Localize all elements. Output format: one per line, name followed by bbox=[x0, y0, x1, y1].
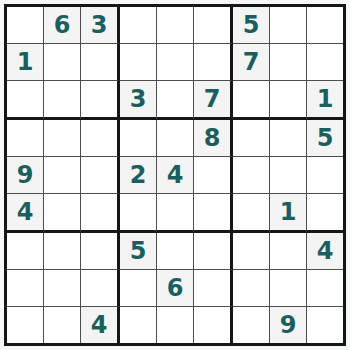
cell-r7c5[interactable] bbox=[157, 233, 194, 270]
cell-r6c8[interactable]: 1 bbox=[270, 194, 307, 233]
cell-r7c7[interactable] bbox=[233, 233, 270, 270]
cell-r4c5[interactable] bbox=[157, 120, 194, 157]
cell-r9c3[interactable]: 4 bbox=[81, 307, 120, 343]
cell-r5c2[interactable] bbox=[44, 157, 81, 194]
cell-r3c2[interactable] bbox=[44, 81, 81, 120]
cell-r4c4[interactable] bbox=[120, 120, 157, 157]
cell-r9c9[interactable] bbox=[307, 307, 343, 343]
cell-r8c2[interactable] bbox=[44, 270, 81, 307]
cell-r3c1[interactable] bbox=[7, 81, 44, 120]
cell-r5c7[interactable] bbox=[233, 157, 270, 194]
cell-r6c5[interactable] bbox=[157, 194, 194, 233]
cell-r3c8[interactable] bbox=[270, 81, 307, 120]
cell-r5c8[interactable] bbox=[270, 157, 307, 194]
cell-r8c5[interactable]: 6 bbox=[157, 270, 194, 307]
cell-r8c8[interactable] bbox=[270, 270, 307, 307]
cell-r4c9[interactable]: 5 bbox=[307, 120, 343, 157]
cell-r6c7[interactable] bbox=[233, 194, 270, 233]
cell-r7c3[interactable] bbox=[81, 233, 120, 270]
cell-r8c4[interactable] bbox=[120, 270, 157, 307]
sudoku-board: 63517371859244154649 bbox=[4, 4, 346, 346]
cell-r2c4[interactable] bbox=[120, 44, 157, 81]
cell-r3c7[interactable] bbox=[233, 81, 270, 120]
cell-r1c6[interactable] bbox=[194, 7, 233, 44]
cell-r7c4[interactable]: 5 bbox=[120, 233, 157, 270]
cell-r9c8[interactable]: 9 bbox=[270, 307, 307, 343]
cell-r3c6[interactable]: 7 bbox=[194, 81, 233, 120]
cell-r9c1[interactable] bbox=[7, 307, 44, 343]
cell-r6c2[interactable] bbox=[44, 194, 81, 233]
cell-r8c7[interactable] bbox=[233, 270, 270, 307]
cell-r7c8[interactable] bbox=[270, 233, 307, 270]
cell-r4c6[interactable]: 8 bbox=[194, 120, 233, 157]
cell-r1c8[interactable] bbox=[270, 7, 307, 44]
cell-r1c1[interactable] bbox=[7, 7, 44, 44]
cell-r9c2[interactable] bbox=[44, 307, 81, 343]
cell-r3c9[interactable]: 1 bbox=[307, 81, 343, 120]
cell-r5c1[interactable]: 9 bbox=[7, 157, 44, 194]
cell-r7c2[interactable] bbox=[44, 233, 81, 270]
cell-r5c6[interactable] bbox=[194, 157, 233, 194]
cell-r2c7[interactable]: 7 bbox=[233, 44, 270, 81]
cell-r2c1[interactable]: 1 bbox=[7, 44, 44, 81]
cell-r4c3[interactable] bbox=[81, 120, 120, 157]
cell-r2c5[interactable] bbox=[157, 44, 194, 81]
cell-r9c6[interactable] bbox=[194, 307, 233, 343]
cell-r9c4[interactable] bbox=[120, 307, 157, 343]
cell-r1c9[interactable] bbox=[307, 7, 343, 44]
cell-r7c1[interactable] bbox=[7, 233, 44, 270]
cell-r9c5[interactable] bbox=[157, 307, 194, 343]
cell-r3c4[interactable]: 3 bbox=[120, 81, 157, 120]
cell-r1c5[interactable] bbox=[157, 7, 194, 44]
cell-r6c6[interactable] bbox=[194, 194, 233, 233]
cell-r4c2[interactable] bbox=[44, 120, 81, 157]
cell-r5c3[interactable] bbox=[81, 157, 120, 194]
cell-r2c6[interactable] bbox=[194, 44, 233, 81]
cell-r5c5[interactable]: 4 bbox=[157, 157, 194, 194]
cell-r2c9[interactable] bbox=[307, 44, 343, 81]
cell-r2c2[interactable] bbox=[44, 44, 81, 81]
cell-r4c8[interactable] bbox=[270, 120, 307, 157]
sudoku-board-margin: 63517371859244154649 bbox=[0, 0, 350, 350]
cell-r8c6[interactable] bbox=[194, 270, 233, 307]
cell-r8c3[interactable] bbox=[81, 270, 120, 307]
cell-r4c7[interactable] bbox=[233, 120, 270, 157]
cell-r5c4[interactable]: 2 bbox=[120, 157, 157, 194]
cell-r8c9[interactable] bbox=[307, 270, 343, 307]
cell-r6c1[interactable]: 4 bbox=[7, 194, 44, 233]
cell-r4c1[interactable] bbox=[7, 120, 44, 157]
cell-r1c3[interactable]: 3 bbox=[81, 7, 120, 44]
cell-r6c4[interactable] bbox=[120, 194, 157, 233]
cell-r6c3[interactable] bbox=[81, 194, 120, 233]
cell-r9c7[interactable] bbox=[233, 307, 270, 343]
cell-r3c3[interactable] bbox=[81, 81, 120, 120]
cell-r1c2[interactable]: 6 bbox=[44, 7, 81, 44]
cell-r1c4[interactable] bbox=[120, 7, 157, 44]
cell-r2c8[interactable] bbox=[270, 44, 307, 81]
cell-r7c9[interactable]: 4 bbox=[307, 233, 343, 270]
cell-r2c3[interactable] bbox=[81, 44, 120, 81]
cell-r7c6[interactable] bbox=[194, 233, 233, 270]
cell-r3c5[interactable] bbox=[157, 81, 194, 120]
cell-r5c9[interactable] bbox=[307, 157, 343, 194]
cell-r8c1[interactable] bbox=[7, 270, 44, 307]
cell-r1c7[interactable]: 5 bbox=[233, 7, 270, 44]
cell-r6c9[interactable] bbox=[307, 194, 343, 233]
